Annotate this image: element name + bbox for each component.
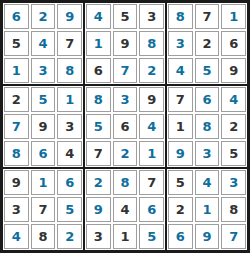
- cell-r8c4[interactable]: 9: [86, 197, 111, 222]
- cell-r7c5[interactable]: 8: [113, 170, 138, 195]
- cell-r7c8[interactable]: 4: [195, 170, 220, 195]
- cell-r8c5[interactable]: 4: [113, 197, 138, 222]
- cell-r2c8[interactable]: 2: [195, 31, 220, 56]
- cell-r7c1[interactable]: 9: [4, 170, 29, 195]
- cell-r5c3[interactable]: 3: [57, 114, 82, 139]
- cell-r4c9[interactable]: 4: [221, 87, 246, 112]
- cell-r6c1[interactable]: 8: [4, 141, 29, 166]
- cell-r9c1[interactable]: 4: [4, 224, 29, 249]
- cell-r3c8[interactable]: 5: [195, 58, 220, 83]
- cell-r9c8[interactable]: 9: [195, 224, 220, 249]
- cell-r5c5[interactable]: 6: [113, 114, 138, 139]
- cell-r3c5[interactable]: 7: [113, 58, 138, 83]
- cell-r1c7[interactable]: 8: [168, 4, 193, 29]
- cell-r8c8[interactable]: 1: [195, 197, 220, 222]
- sudoku-box-9: 543218697: [166, 168, 248, 251]
- sudoku-box-1: 629547138: [2, 2, 84, 85]
- cell-r8c2[interactable]: 7: [31, 197, 56, 222]
- cell-r2c4[interactable]: 1: [86, 31, 111, 56]
- cell-r4c1[interactable]: 2: [4, 87, 29, 112]
- cell-r3c3[interactable]: 8: [57, 58, 82, 83]
- cell-r6c9[interactable]: 5: [221, 141, 246, 166]
- cell-r4c2[interactable]: 5: [31, 87, 56, 112]
- cell-r6c3[interactable]: 4: [57, 141, 82, 166]
- cell-r8c3[interactable]: 5: [57, 197, 82, 222]
- cell-r3c2[interactable]: 3: [31, 58, 56, 83]
- cell-r7c2[interactable]: 1: [31, 170, 56, 195]
- cell-r5c4[interactable]: 5: [86, 114, 111, 139]
- cell-r5c7[interactable]: 1: [168, 114, 193, 139]
- cell-r2c3[interactable]: 7: [57, 31, 82, 56]
- cell-r5c6[interactable]: 4: [139, 114, 164, 139]
- cell-r2c6[interactable]: 8: [139, 31, 164, 56]
- cell-r6c7[interactable]: 9: [168, 141, 193, 166]
- sudoku-box-6: 764182935: [166, 85, 248, 168]
- cell-r4c5[interactable]: 3: [113, 87, 138, 112]
- cell-r7c3[interactable]: 6: [57, 170, 82, 195]
- cell-r9c7[interactable]: 6: [168, 224, 193, 249]
- cell-r3c7[interactable]: 4: [168, 58, 193, 83]
- cell-r5c1[interactable]: 7: [4, 114, 29, 139]
- cell-r2c1[interactable]: 5: [4, 31, 29, 56]
- cell-r2c2[interactable]: 4: [31, 31, 56, 56]
- cell-r6c8[interactable]: 3: [195, 141, 220, 166]
- cell-r7c9[interactable]: 3: [221, 170, 246, 195]
- cell-r5c9[interactable]: 2: [221, 114, 246, 139]
- cell-r7c7[interactable]: 5: [168, 170, 193, 195]
- cell-r4c8[interactable]: 6: [195, 87, 220, 112]
- cell-r2c5[interactable]: 9: [113, 31, 138, 56]
- sudoku-box-4: 251793864: [2, 85, 84, 168]
- sudoku-box-5: 839564721: [84, 85, 166, 168]
- cell-r3c1[interactable]: 1: [4, 58, 29, 83]
- cell-r4c6[interactable]: 9: [139, 87, 164, 112]
- cell-r2c9[interactable]: 6: [221, 31, 246, 56]
- cell-r6c6[interactable]: 1: [139, 141, 164, 166]
- sudoku-box-2: 453198672: [84, 2, 166, 85]
- cell-r8c1[interactable]: 3: [4, 197, 29, 222]
- cell-r7c4[interactable]: 2: [86, 170, 111, 195]
- cell-r5c2[interactable]: 9: [31, 114, 56, 139]
- cell-r8c7[interactable]: 2: [168, 197, 193, 222]
- cell-r1c9[interactable]: 1: [221, 4, 246, 29]
- sudoku-box-3: 871326459: [166, 2, 248, 85]
- cell-r1c6[interactable]: 3: [139, 4, 164, 29]
- cell-r1c2[interactable]: 2: [31, 4, 56, 29]
- cell-r9c9[interactable]: 7: [221, 224, 246, 249]
- sudoku-box-7: 916375482: [2, 168, 84, 251]
- cell-r7c6[interactable]: 7: [139, 170, 164, 195]
- cell-r5c8[interactable]: 8: [195, 114, 220, 139]
- cell-r1c5[interactable]: 5: [113, 4, 138, 29]
- cell-r4c4[interactable]: 8: [86, 87, 111, 112]
- cell-r6c2[interactable]: 6: [31, 141, 56, 166]
- cell-r8c9[interactable]: 8: [221, 197, 246, 222]
- cell-r9c2[interactable]: 8: [31, 224, 56, 249]
- cell-r1c1[interactable]: 6: [4, 4, 29, 29]
- cell-r2c7[interactable]: 3: [168, 31, 193, 56]
- cell-r9c4[interactable]: 3: [86, 224, 111, 249]
- cell-r9c5[interactable]: 1: [113, 224, 138, 249]
- cell-r1c3[interactable]: 9: [57, 4, 82, 29]
- cell-r3c4[interactable]: 6: [86, 58, 111, 83]
- cell-r1c4[interactable]: 4: [86, 4, 111, 29]
- cell-r3c6[interactable]: 2: [139, 58, 164, 83]
- sudoku-board: 6295471384531986728713264592517938648395…: [0, 0, 250, 253]
- cell-r9c3[interactable]: 2: [57, 224, 82, 249]
- cell-r8c6[interactable]: 6: [139, 197, 164, 222]
- cell-r6c4[interactable]: 7: [86, 141, 111, 166]
- cell-r4c7[interactable]: 7: [168, 87, 193, 112]
- cell-r4c3[interactable]: 1: [57, 87, 82, 112]
- cell-r1c8[interactable]: 7: [195, 4, 220, 29]
- cell-r3c9[interactable]: 9: [221, 58, 246, 83]
- cell-r9c6[interactable]: 5: [139, 224, 164, 249]
- sudoku-box-8: 287946315: [84, 168, 166, 251]
- cell-r6c5[interactable]: 2: [113, 141, 138, 166]
